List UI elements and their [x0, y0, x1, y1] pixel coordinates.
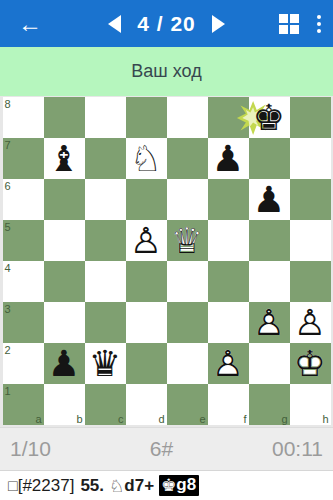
square-a7[interactable]: 7 — [3, 138, 44, 179]
rank-label: 8 — [5, 98, 11, 110]
rank-label: 4 — [5, 262, 11, 274]
square-h5[interactable] — [290, 220, 331, 261]
square-c5[interactable] — [85, 220, 126, 261]
score-indicator: 1/10 — [10, 437, 51, 461]
square-c7[interactable] — [85, 138, 126, 179]
square-a6[interactable]: 6 — [3, 179, 44, 220]
square-e4[interactable] — [167, 261, 208, 302]
square-e8[interactable] — [167, 97, 208, 138]
white-king: ♚♔ — [290, 343, 331, 384]
square-d2[interactable] — [126, 343, 167, 384]
white-queen: ♛♕ — [167, 220, 208, 261]
square-b8[interactable] — [44, 97, 85, 138]
square-c8[interactable] — [85, 97, 126, 138]
app-bar-actions — [279, 0, 325, 47]
square-g5[interactable] — [249, 220, 290, 261]
square-e5[interactable]: ♛♕ — [167, 220, 208, 261]
puzzle-id: [#2237] — [18, 476, 75, 496]
square-h1[interactable]: h — [290, 384, 331, 425]
overflow-menu-icon[interactable] — [313, 11, 325, 37]
status-bar: 1/10 6# 00:11 — [0, 427, 333, 470]
square-e1[interactable]: e — [167, 384, 208, 425]
square-g3[interactable]: ♟♙ — [249, 302, 290, 343]
square-g4[interactable] — [249, 261, 290, 302]
white-pawn: ♟♙ — [126, 220, 167, 261]
board-frame: 8♚7♝♞♘♟6♟5♟♙♛♕43♟♙♟♙2♟♛♟♙♚♔1abcdefgh — [0, 96, 333, 427]
white-pawn: ♟♙ — [249, 302, 290, 343]
white-pawn: ♟♙ — [290, 302, 331, 343]
rank-label: 5 — [5, 221, 11, 233]
square-c1[interactable]: c — [85, 384, 126, 425]
square-f7[interactable]: ♟ — [208, 138, 249, 179]
square-a4[interactable]: 4 — [3, 261, 44, 302]
square-b6[interactable] — [44, 179, 85, 220]
square-c2[interactable]: ♛ — [85, 343, 126, 384]
file-label: d — [158, 413, 164, 425]
rank-label: 6 — [5, 180, 11, 192]
square-f3[interactable] — [208, 302, 249, 343]
square-g1[interactable]: g — [249, 384, 290, 425]
white-knight: ♞♘ — [126, 138, 167, 179]
square-b3[interactable] — [44, 302, 85, 343]
task-indicator: 6# — [150, 437, 173, 461]
puzzle-list-icon[interactable] — [279, 14, 299, 34]
side-to-move-icon: □ — [8, 477, 18, 495]
file-label: c — [118, 413, 124, 425]
black-pawn: ♟ — [44, 343, 85, 384]
turn-banner: Ваш ход — [0, 47, 333, 96]
square-b4[interactable] — [44, 261, 85, 302]
move-list-bar: □[#2237] 55. ♘d7+ ♚g8 — [0, 470, 333, 500]
chess-board: 8♚7♝♞♘♟6♟5♟♙♛♕43♟♙♟♙2♟♛♟♙♚♔1abcdefgh — [3, 97, 331, 425]
square-a1[interactable]: 1a — [3, 384, 44, 425]
square-g7[interactable] — [249, 138, 290, 179]
file-label: f — [243, 413, 246, 425]
square-a3[interactable]: 3 — [3, 302, 44, 343]
square-d3[interactable] — [126, 302, 167, 343]
file-label: h — [322, 413, 328, 425]
timer: 00:11 — [272, 437, 323, 461]
square-e2[interactable] — [167, 343, 208, 384]
square-b1[interactable]: b — [44, 384, 85, 425]
square-h2[interactable]: ♚♔ — [290, 343, 331, 384]
black-bishop: ♝ — [44, 138, 85, 179]
square-b2[interactable]: ♟ — [44, 343, 85, 384]
file-label: b — [76, 413, 82, 425]
file-label: a — [35, 413, 41, 425]
file-label: g — [281, 413, 287, 425]
file-label: e — [199, 413, 205, 425]
app-bar: ← 4 / 20 — [0, 0, 333, 47]
square-b5[interactable] — [44, 220, 85, 261]
square-d1[interactable]: d — [126, 384, 167, 425]
square-h4[interactable] — [290, 261, 331, 302]
turn-banner-text: Ваш ход — [131, 61, 201, 82]
square-h7[interactable] — [290, 138, 331, 179]
prev-puzzle-button[interactable] — [108, 15, 121, 33]
square-c4[interactable] — [85, 261, 126, 302]
square-e6[interactable] — [167, 179, 208, 220]
square-g6[interactable]: ♟ — [249, 179, 290, 220]
square-f6[interactable] — [208, 179, 249, 220]
square-e3[interactable] — [167, 302, 208, 343]
rank-label: 2 — [5, 344, 11, 356]
square-g2[interactable] — [249, 343, 290, 384]
rank-label: 1 — [5, 385, 11, 397]
square-a5[interactable]: 5 — [3, 220, 44, 261]
square-a2[interactable]: 2 — [3, 343, 44, 384]
next-puzzle-button[interactable] — [212, 15, 225, 33]
black-king: ♚ — [249, 97, 290, 138]
square-g8[interactable]: ♚ — [249, 97, 290, 138]
white-knight-glyph: ♘ — [109, 476, 124, 496]
rank-label: 7 — [5, 139, 11, 151]
square-b7[interactable]: ♝ — [44, 138, 85, 179]
rank-label: 3 — [5, 303, 11, 315]
square-f5[interactable] — [208, 220, 249, 261]
black-king-glyph: ♚ — [161, 475, 176, 495]
square-f8[interactable] — [208, 97, 249, 138]
square-f1[interactable]: f — [208, 384, 249, 425]
square-c3[interactable] — [85, 302, 126, 343]
black-pawn: ♟ — [249, 179, 290, 220]
square-c6[interactable] — [85, 179, 126, 220]
black-move: g8 — [176, 475, 196, 495]
square-h8[interactable] — [290, 97, 331, 138]
square-d6[interactable] — [126, 179, 167, 220]
square-d8[interactable] — [126, 97, 167, 138]
app-window: ← 4 / 20 Ваш ход 8♚7♝♞♘♟6♟5♟♙♛♕43♟♙♟♙2♟♛… — [0, 0, 333, 500]
square-h6[interactable] — [290, 179, 331, 220]
white-pawn: ♟♙ — [208, 343, 249, 384]
square-f4[interactable] — [208, 261, 249, 302]
square-h3[interactable]: ♟♙ — [290, 302, 331, 343]
white-move[interactable]: d7+ — [124, 476, 154, 496]
square-d4[interactable] — [126, 261, 167, 302]
puzzle-counter: 4 / 20 — [137, 12, 196, 36]
square-a8[interactable]: 8 — [3, 97, 44, 138]
square-d5[interactable]: ♟♙ — [126, 220, 167, 261]
black-queen: ♛ — [85, 343, 126, 384]
current-move-chip[interactable]: ♚g8 — [159, 475, 199, 496]
square-d7[interactable]: ♞♘ — [126, 138, 167, 179]
black-pawn: ♟ — [208, 138, 249, 179]
square-f2[interactable]: ♟♙ — [208, 343, 249, 384]
move-number: 55. — [80, 476, 104, 496]
square-e7[interactable] — [167, 138, 208, 179]
